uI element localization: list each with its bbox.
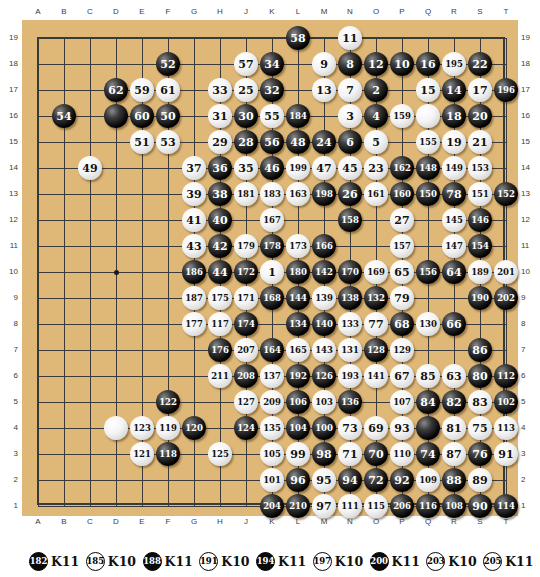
coord-label-row: 10 <box>4 267 18 277</box>
white-stone-Q15[interactable]: 155 <box>416 130 440 154</box>
white-stone-J14[interactable]: 35 <box>234 156 258 180</box>
black-stone-S9[interactable]: 190 <box>468 286 492 310</box>
move-repetition-caption: 182K11185K10188K11191K10194K11197K10200K… <box>0 546 540 576</box>
white-stone-S5[interactable]: 83 <box>468 390 492 414</box>
black-stone-F18[interactable]: 52 <box>156 52 180 76</box>
caption-black-stone: 200 <box>370 552 389 571</box>
black-stone-T5[interactable]: 102 <box>494 390 518 414</box>
white-stone-O4[interactable]: 69 <box>364 416 388 440</box>
white-stone-N19[interactable]: 11 <box>338 26 362 50</box>
black-stone-R13[interactable]: 78 <box>442 182 466 206</box>
black-stone-M4[interactable]: 100 <box>312 416 336 440</box>
white-stone-G9[interactable]: 187 <box>182 286 206 310</box>
coord-label-col-top: Q <box>421 7 435 17</box>
coord-label-row: 1 <box>521 501 535 511</box>
caption-point-label: K10 <box>448 554 476 569</box>
black-stone-S6[interactable]: 80 <box>468 364 492 388</box>
coord-label-row: 18 <box>521 59 535 69</box>
coord-label-row: 11 <box>4 241 18 251</box>
white-stone-O10[interactable]: 169 <box>364 260 388 284</box>
black-stone-T17[interactable]: 196 <box>494 78 518 102</box>
white-stone-K12[interactable]: 167 <box>260 208 284 232</box>
white-stone-S15[interactable]: 21 <box>468 130 492 154</box>
black-stone-Q14[interactable]: 148 <box>416 156 440 180</box>
white-stone-G13[interactable]: 39 <box>182 182 206 206</box>
coord-label-col-bottom: M <box>317 517 331 527</box>
black-stone-M11[interactable]: 166 <box>312 234 336 258</box>
coord-label-row: 6 <box>521 371 535 381</box>
black-stone-N9[interactable]: 138 <box>338 286 362 310</box>
coord-label-col-top: T <box>499 7 513 17</box>
white-stone-H3[interactable]: 125 <box>208 442 232 466</box>
coord-label-col-bottom: J <box>239 517 253 527</box>
white-stone-S10[interactable]: 189 <box>468 260 492 284</box>
coord-label-row: 5 <box>4 397 18 407</box>
coord-label-col-top: N <box>343 7 357 17</box>
white-stone-N17[interactable]: 7 <box>338 78 362 102</box>
white-stone-N3[interactable]: 71 <box>338 442 362 466</box>
white-stone-C14[interactable]: 49 <box>78 156 102 180</box>
white-stone-H9[interactable]: 175 <box>208 286 232 310</box>
coord-label-col-top: K <box>265 7 279 17</box>
coord-label-row: 1 <box>4 501 18 511</box>
white-stone-L3[interactable]: 99 <box>286 442 310 466</box>
white-stone-R3[interactable]: 87 <box>442 442 466 466</box>
caption-point-label: K11 <box>165 554 193 569</box>
black-stone-J8[interactable]: 174 <box>234 312 258 336</box>
black-stone-M8[interactable]: 140 <box>312 312 336 336</box>
white-stone-N6[interactable]: 193 <box>338 364 362 388</box>
black-stone-M15[interactable]: 24 <box>312 130 336 154</box>
black-stone-M13[interactable]: 198 <box>312 182 336 206</box>
white-stone-G12[interactable]: 41 <box>182 208 206 232</box>
black-stone-T9[interactable]: 202 <box>494 286 518 310</box>
white-stone-R12[interactable]: 145 <box>442 208 466 232</box>
black-stone-R5[interactable]: 82 <box>442 390 466 414</box>
black-stone-O17[interactable]: 2 <box>364 78 388 102</box>
coord-label-row: 13 <box>521 189 535 199</box>
black-stone-K1[interactable]: 204 <box>260 494 284 518</box>
coord-label-row: 12 <box>4 215 18 225</box>
black-stone-S12[interactable]: 146 <box>468 208 492 232</box>
coord-label-row: 5 <box>521 397 535 407</box>
black-stone-L10[interactable]: 180 <box>286 260 310 284</box>
coord-label-col-top: R <box>447 7 461 17</box>
black-stone-P18[interactable]: 10 <box>390 52 414 76</box>
white-stone-O14[interactable]: 23 <box>364 156 388 180</box>
black-stone-D17[interactable]: 62 <box>104 78 128 102</box>
black-stone-B16[interactable]: 54 <box>52 104 76 128</box>
black-stone-N18[interactable]: 8 <box>338 52 362 76</box>
white-stone-T3[interactable]: 91 <box>494 442 518 466</box>
white-stone-G8[interactable]: 177 <box>182 312 206 336</box>
coord-label-col-top: J <box>239 7 253 17</box>
black-stone-F5[interactable]: 122 <box>156 390 180 414</box>
white-stone-D4[interactable] <box>104 416 128 440</box>
white-stone-R4[interactable]: 81 <box>442 416 466 440</box>
black-stone-K17[interactable]: 32 <box>260 78 284 102</box>
coord-label-row: 10 <box>521 267 535 277</box>
coord-label-col-bottom: L <box>291 517 305 527</box>
black-stone-M10[interactable]: 142 <box>312 260 336 284</box>
black-stone-L6[interactable]: 192 <box>286 364 310 388</box>
black-stone-N15[interactable]: 6 <box>338 130 362 154</box>
coord-label-row: 16 <box>521 111 535 121</box>
white-stone-N8[interactable]: 133 <box>338 312 362 336</box>
white-stone-S14[interactable]: 153 <box>468 156 492 180</box>
white-stone-J18[interactable]: 57 <box>234 52 258 76</box>
white-stone-S13[interactable]: 151 <box>468 182 492 206</box>
black-stone-H10[interactable]: 44 <box>208 260 232 284</box>
white-stone-L14[interactable]: 199 <box>286 156 310 180</box>
black-stone-T13[interactable]: 152 <box>494 182 518 206</box>
white-stone-R18[interactable]: 195 <box>442 52 466 76</box>
white-stone-P5[interactable]: 107 <box>390 390 414 414</box>
coord-label-row: 8 <box>521 319 535 329</box>
white-stone-N1[interactable]: 111 <box>338 494 362 518</box>
coord-label-row: 2 <box>4 475 18 485</box>
white-stone-P4[interactable]: 93 <box>390 416 414 440</box>
black-stone-T6[interactable]: 112 <box>494 364 518 388</box>
caption-point-label: K10 <box>335 554 363 569</box>
coord-label-col-bottom: K <box>265 517 279 527</box>
white-stone-N7[interactable]: 131 <box>338 338 362 362</box>
coord-label-row: 17 <box>4 85 18 95</box>
white-stone-R11[interactable]: 147 <box>442 234 466 258</box>
white-stone-E17[interactable]: 59 <box>130 78 154 102</box>
coord-label-col-bottom: P <box>395 517 409 527</box>
coord-label-col-bottom: H <box>213 517 227 527</box>
coord-label-row: 7 <box>521 345 535 355</box>
white-stone-K2[interactable]: 101 <box>260 468 284 492</box>
caption-entry: 191K10 <box>199 552 249 571</box>
black-stone-Q4[interactable] <box>416 416 440 440</box>
white-stone-R14[interactable]: 149 <box>442 156 466 180</box>
white-stone-K6[interactable]: 137 <box>260 364 284 388</box>
white-stone-K16[interactable]: 55 <box>260 104 284 128</box>
white-stone-J5[interactable]: 127 <box>234 390 258 414</box>
black-stone-J10[interactable]: 172 <box>234 260 258 284</box>
coord-label-col-top: A <box>31 7 45 17</box>
coord-label-col-bottom: S <box>473 517 487 527</box>
black-stone-H7[interactable]: 176 <box>208 338 232 362</box>
white-stone-N4[interactable]: 73 <box>338 416 362 440</box>
white-stone-M17[interactable]: 13 <box>312 78 336 102</box>
coord-label-col-bottom: Q <box>421 517 435 527</box>
black-stone-J16[interactable]: 30 <box>234 104 258 128</box>
black-stone-O9[interactable]: 132 <box>364 286 388 310</box>
black-stone-L5[interactable]: 106 <box>286 390 310 414</box>
white-stone-P16[interactable]: 159 <box>390 104 414 128</box>
caption-white-stone: 203 <box>426 552 445 571</box>
coord-label-col-bottom: F <box>161 517 175 527</box>
black-stone-N13[interactable]: 26 <box>338 182 362 206</box>
black-stone-S3[interactable]: 76 <box>468 442 492 466</box>
white-stone-J13[interactable]: 181 <box>234 182 258 206</box>
coord-label-col-top: F <box>161 7 175 17</box>
black-stone-S1[interactable]: 90 <box>468 494 492 518</box>
coord-label-col-bottom: N <box>343 517 357 527</box>
black-stone-G10[interactable]: 186 <box>182 260 206 284</box>
white-stone-T10[interactable]: 201 <box>494 260 518 284</box>
white-stone-Q16[interactable] <box>416 104 440 128</box>
caption-entry: 203K10 <box>426 552 476 571</box>
black-stone-K18[interactable]: 34 <box>260 52 284 76</box>
white-stone-M9[interactable]: 139 <box>312 286 336 310</box>
black-stone-S11[interactable]: 154 <box>468 234 492 258</box>
go-diagram-page: 5811525734981210161952262596133253213721… <box>0 0 540 577</box>
black-stone-G4[interactable]: 120 <box>182 416 206 440</box>
coord-label-row: 12 <box>521 215 535 225</box>
coord-label-row: 18 <box>4 59 18 69</box>
coord-label-row: 13 <box>4 189 18 199</box>
black-stone-L1[interactable]: 210 <box>286 494 310 518</box>
black-stone-M3[interactable]: 98 <box>312 442 336 466</box>
black-stone-O3[interactable]: 70 <box>364 442 388 466</box>
black-stone-Q1[interactable]: 116 <box>416 494 440 518</box>
white-stone-P11[interactable]: 157 <box>390 234 414 258</box>
white-stone-O6[interactable]: 141 <box>364 364 388 388</box>
white-stone-H16[interactable]: 31 <box>208 104 232 128</box>
white-stone-J17[interactable]: 25 <box>234 78 258 102</box>
white-stone-M7[interactable]: 143 <box>312 338 336 362</box>
white-stone-T4[interactable]: 113 <box>494 416 518 440</box>
white-stone-N14[interactable]: 45 <box>338 156 362 180</box>
coord-label-col-top: S <box>473 7 487 17</box>
white-stone-L13[interactable]: 163 <box>286 182 310 206</box>
black-stone-D16[interactable] <box>104 104 128 128</box>
black-stone-O7[interactable]: 128 <box>364 338 388 362</box>
black-stone-E16[interactable]: 60 <box>130 104 154 128</box>
black-stone-J4[interactable]: 124 <box>234 416 258 440</box>
black-stone-K11[interactable]: 178 <box>260 234 284 258</box>
white-stone-H17[interactable]: 33 <box>208 78 232 102</box>
white-stone-M1[interactable]: 97 <box>312 494 336 518</box>
black-stone-S7[interactable]: 86 <box>468 338 492 362</box>
white-stone-O13[interactable]: 161 <box>364 182 388 206</box>
white-stone-K5[interactable]: 209 <box>260 390 284 414</box>
coord-label-col-bottom: D <box>109 517 123 527</box>
black-stone-N5[interactable]: 136 <box>338 390 362 414</box>
black-stone-O16[interactable]: 4 <box>364 104 388 128</box>
black-stone-R8[interactable]: 66 <box>442 312 466 336</box>
coord-label-row: 19 <box>521 33 535 43</box>
coord-label-row: 9 <box>521 293 535 303</box>
caption-white-stone: 197 <box>313 552 332 571</box>
caption-point-label: K11 <box>505 554 533 569</box>
caption-black-stone: 188 <box>143 552 162 571</box>
black-stone-F3[interactable]: 118 <box>156 442 180 466</box>
black-stone-N2[interactable]: 94 <box>338 468 362 492</box>
coord-label-row: 6 <box>4 371 18 381</box>
coord-label-col-top: H <box>213 7 227 17</box>
caption-white-stone: 191 <box>199 552 218 571</box>
black-stone-R16[interactable]: 18 <box>442 104 466 128</box>
caption-entry: 205K11 <box>483 552 533 571</box>
black-stone-H11[interactable]: 42 <box>208 234 232 258</box>
black-stone-T1[interactable]: 114 <box>494 494 518 518</box>
black-stone-K15[interactable]: 56 <box>260 130 284 154</box>
coord-label-row: 9 <box>4 293 18 303</box>
coord-label-col-bottom: G <box>187 517 201 527</box>
white-stone-M2[interactable]: 95 <box>312 468 336 492</box>
black-stone-L9[interactable]: 144 <box>286 286 310 310</box>
white-stone-P6[interactable]: 67 <box>390 364 414 388</box>
white-stone-O8[interactable]: 77 <box>364 312 388 336</box>
black-stone-K7[interactable]: 164 <box>260 338 284 362</box>
caption-white-stone: 205 <box>483 552 502 571</box>
black-stone-L19[interactable]: 58 <box>286 26 310 50</box>
white-stone-Q17[interactable]: 15 <box>416 78 440 102</box>
white-stone-N16[interactable]: 3 <box>338 104 362 128</box>
white-stone-P10[interactable]: 65 <box>390 260 414 284</box>
white-stone-R6[interactable]: 63 <box>442 364 466 388</box>
black-stone-L15[interactable]: 48 <box>286 130 310 154</box>
black-stone-L16[interactable]: 184 <box>286 104 310 128</box>
black-stone-R2[interactable]: 88 <box>442 468 466 492</box>
white-stone-M5[interactable]: 103 <box>312 390 336 414</box>
coord-label-row: 17 <box>521 85 535 95</box>
white-stone-G11[interactable]: 43 <box>182 234 206 258</box>
black-stone-S16[interactable]: 20 <box>468 104 492 128</box>
black-stone-P14[interactable]: 162 <box>390 156 414 180</box>
coord-label-col-top: O <box>369 7 383 17</box>
white-stone-E4[interactable]: 123 <box>130 416 154 440</box>
coord-label-col-top: D <box>109 7 123 17</box>
black-stone-H14[interactable]: 36 <box>208 156 232 180</box>
black-stone-N12[interactable]: 158 <box>338 208 362 232</box>
black-stone-Q3[interactable]: 74 <box>416 442 440 466</box>
black-stone-O2[interactable]: 72 <box>364 468 388 492</box>
black-stone-H12[interactable]: 40 <box>208 208 232 232</box>
white-stone-P3[interactable]: 110 <box>390 442 414 466</box>
caption-point-label: K11 <box>51 554 79 569</box>
star-point <box>114 270 119 275</box>
white-stone-E15[interactable]: 51 <box>130 130 154 154</box>
white-stone-F4[interactable]: 119 <box>156 416 180 440</box>
white-stone-O15[interactable]: 5 <box>364 130 388 154</box>
caption-black-stone: 182 <box>29 552 48 571</box>
black-stone-P8[interactable]: 68 <box>390 312 414 336</box>
coord-label-row: 4 <box>521 423 535 433</box>
black-stone-K14[interactable]: 46 <box>260 156 284 180</box>
coord-label-col-bottom: R <box>447 517 461 527</box>
white-stone-Q8[interactable]: 130 <box>416 312 440 336</box>
black-stone-L4[interactable]: 104 <box>286 416 310 440</box>
coord-label-row: 4 <box>4 423 18 433</box>
white-stone-H6[interactable]: 211 <box>208 364 232 388</box>
caption-point-label: K11 <box>278 554 306 569</box>
caption-black-stone: 194 <box>256 552 275 571</box>
white-stone-G14[interactable]: 37 <box>182 156 206 180</box>
white-stone-F15[interactable]: 53 <box>156 130 180 154</box>
white-stone-O1[interactable]: 115 <box>364 494 388 518</box>
white-stone-M14[interactable]: 47 <box>312 156 336 180</box>
black-stone-Q10[interactable]: 156 <box>416 260 440 284</box>
caption-point-label: K10 <box>221 554 249 569</box>
black-stone-L8[interactable]: 134 <box>286 312 310 336</box>
black-stone-M6[interactable]: 126 <box>312 364 336 388</box>
white-stone-K10[interactable]: 1 <box>260 260 284 284</box>
white-stone-J7[interactable]: 207 <box>234 338 258 362</box>
white-stone-S2[interactable]: 89 <box>468 468 492 492</box>
coord-label-row: 19 <box>4 33 18 43</box>
coord-label-col-bottom: E <box>135 517 149 527</box>
white-stone-F17[interactable]: 61 <box>156 78 180 102</box>
black-stone-L2[interactable]: 96 <box>286 468 310 492</box>
white-stone-S17[interactable]: 17 <box>468 78 492 102</box>
white-stone-K13[interactable]: 183 <box>260 182 284 206</box>
white-stone-E3[interactable]: 121 <box>130 442 154 466</box>
coord-label-col-top: G <box>187 7 201 17</box>
white-stone-R15[interactable]: 19 <box>442 130 466 154</box>
black-stone-R1[interactable]: 108 <box>442 494 466 518</box>
black-stone-P1[interactable]: 206 <box>390 494 414 518</box>
caption-entry: 197K10 <box>313 552 363 571</box>
white-stone-H15[interactable]: 29 <box>208 130 232 154</box>
white-stone-K4[interactable]: 135 <box>260 416 284 440</box>
coord-label-col-bottom: B <box>57 517 71 527</box>
black-stone-P13[interactable]: 160 <box>390 182 414 206</box>
white-stone-J11[interactable]: 179 <box>234 234 258 258</box>
white-stone-L11[interactable]: 173 <box>286 234 310 258</box>
black-stone-O18[interactable]: 12 <box>364 52 388 76</box>
black-stone-Q5[interactable]: 84 <box>416 390 440 414</box>
coord-label-row: 8 <box>4 319 18 329</box>
black-stone-F16[interactable]: 50 <box>156 104 180 128</box>
coord-label-row: 15 <box>521 137 535 147</box>
white-stone-P7[interactable]: 129 <box>390 338 414 362</box>
black-stone-S18[interactable]: 22 <box>468 52 492 76</box>
coord-label-row: 2 <box>521 475 535 485</box>
white-stone-Q2[interactable]: 109 <box>416 468 440 492</box>
coord-label-col-bottom: O <box>369 517 383 527</box>
white-stone-K3[interactable]: 105 <box>260 442 284 466</box>
caption-entry: 200K11 <box>370 552 420 571</box>
black-stone-R17[interactable]: 14 <box>442 78 466 102</box>
white-stone-H8[interactable]: 117 <box>208 312 232 336</box>
black-stone-J6[interactable]: 208 <box>234 364 258 388</box>
black-stone-R10[interactable]: 64 <box>442 260 466 284</box>
white-stone-S4[interactable]: 75 <box>468 416 492 440</box>
white-stone-Q6[interactable]: 85 <box>416 364 440 388</box>
coord-label-col-top: C <box>83 7 97 17</box>
black-stone-H13[interactable]: 38 <box>208 182 232 206</box>
coord-label-row: 14 <box>4 163 18 173</box>
caption-entry: 188K11 <box>143 552 193 571</box>
go-board[interactable]: 5811525734981210161952262596133253213721… <box>22 20 518 516</box>
white-stone-L7[interactable]: 165 <box>286 338 310 362</box>
black-stone-J15[interactable]: 28 <box>234 130 258 154</box>
black-stone-Q13[interactable]: 150 <box>416 182 440 206</box>
white-stone-J9[interactable]: 171 <box>234 286 258 310</box>
caption-entry: 194K11 <box>256 552 306 571</box>
coord-label-col-top: B <box>57 7 71 17</box>
caption-point-label: K11 <box>392 554 420 569</box>
coord-label-row: 16 <box>4 111 18 121</box>
black-stone-K9[interactable]: 168 <box>260 286 284 310</box>
black-stone-N10[interactable]: 170 <box>338 260 362 284</box>
coord-label-row: 3 <box>521 449 535 459</box>
caption-point-label: K10 <box>108 554 136 569</box>
white-stone-P12[interactable]: 27 <box>390 208 414 232</box>
white-stone-P9[interactable]: 79 <box>390 286 414 310</box>
coord-label-col-bottom: T <box>499 517 513 527</box>
black-stone-Q18[interactable]: 16 <box>416 52 440 76</box>
black-stone-P2[interactable]: 92 <box>390 468 414 492</box>
white-stone-M18[interactable]: 9 <box>312 52 336 76</box>
coord-label-col-top: M <box>317 7 331 17</box>
